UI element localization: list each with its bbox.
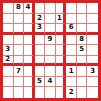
sudoku-cell-r3c2[interactable] — [14, 24, 25, 35]
sudoku-cell-r8c7[interactable] — [66, 77, 77, 88]
sudoku-cell-r6c2[interactable] — [14, 56, 25, 67]
sudoku-cell-r2c9[interactable] — [87, 14, 98, 25]
sudoku-cell-r5c3[interactable] — [24, 45, 35, 56]
sudoku-cell-r9c9[interactable] — [87, 87, 98, 98]
sudoku-cell-r7c4[interactable] — [35, 66, 46, 77]
sudoku-cell-r7c6[interactable] — [56, 66, 67, 77]
sudoku-cell-r9c1[interactable] — [3, 87, 14, 98]
sudoku-cell-r3c7[interactable]: 6 — [66, 24, 77, 35]
sudoku-cell-r4c9[interactable] — [87, 35, 98, 46]
sudoku-cell-r5c9[interactable] — [87, 45, 98, 56]
sudoku-cell-r9c2[interactable] — [14, 87, 25, 98]
sudoku-cell-r1c5[interactable] — [45, 3, 56, 14]
sudoku-cell-r1c3[interactable]: 4 — [24, 3, 35, 14]
sudoku-cell-r6c3[interactable] — [24, 56, 35, 67]
sudoku-cell-r5c6[interactable] — [56, 45, 67, 56]
sudoku-cell-r7c5[interactable] — [45, 66, 56, 77]
sudoku-cell-r4c8[interactable]: 8 — [77, 35, 88, 46]
sudoku-cell-r2c2[interactable] — [14, 14, 25, 25]
sudoku-cell-r3c6[interactable] — [56, 24, 67, 35]
sudoku-cell-r3c8[interactable] — [77, 24, 88, 35]
sudoku-cell-r7c1[interactable] — [3, 66, 14, 77]
sudoku-cell-r1c6[interactable] — [56, 3, 67, 14]
sudoku-cell-r7c2[interactable]: 7 — [14, 66, 25, 77]
sudoku-cell-r7c8[interactable] — [77, 66, 88, 77]
sudoku-cell-r6c4[interactable] — [35, 56, 46, 67]
sudoku-cell-r9c7[interactable]: 2 — [66, 87, 77, 98]
sudoku-cell-r1c9[interactable] — [87, 3, 98, 14]
sudoku-cell-r8c3[interactable] — [24, 77, 35, 88]
sudoku-cell-r3c9[interactable] — [87, 24, 98, 35]
sudoku-cell-r2c8[interactable] — [77, 14, 88, 25]
sudoku-cell-r4c5[interactable]: 9 — [45, 35, 56, 46]
sudoku-cell-r6c7[interactable] — [66, 56, 77, 67]
sudoku-cell-r9c4[interactable] — [35, 87, 46, 98]
sudoku-cell-r4c4[interactable] — [35, 35, 46, 46]
sudoku-cell-r6c1[interactable]: 2 — [3, 56, 14, 67]
sudoku-cell-r5c7[interactable] — [66, 45, 77, 56]
sudoku-cell-r9c5[interactable] — [45, 87, 56, 98]
sudoku-cell-r6c8[interactable] — [77, 56, 88, 67]
sudoku-cell-r1c2[interactable]: 8 — [14, 3, 25, 14]
sudoku-cell-r3c5[interactable] — [45, 24, 56, 35]
sudoku-cell-r2c1[interactable] — [3, 14, 14, 25]
sudoku-cell-r8c2[interactable] — [14, 77, 25, 88]
sudoku-cell-r4c7[interactable] — [66, 35, 77, 46]
sudoku-board: 84213698352713542 — [0, 0, 101, 101]
sudoku-cell-r5c2[interactable] — [14, 45, 25, 56]
sudoku-cell-r3c3[interactable] — [24, 24, 35, 35]
sudoku-cell-r1c1[interactable] — [3, 3, 14, 14]
sudoku-cell-r8c4[interactable]: 5 — [35, 77, 46, 88]
sudoku-cell-r8c8[interactable] — [77, 77, 88, 88]
sudoku-cell-r9c3[interactable] — [24, 87, 35, 98]
sudoku-cell-r7c7[interactable]: 1 — [66, 66, 77, 77]
sudoku-cell-r6c9[interactable] — [87, 56, 98, 67]
sudoku-cell-r4c6[interactable] — [56, 35, 67, 46]
sudoku-cell-r9c8[interactable] — [77, 87, 88, 98]
sudoku-cell-r8c6[interactable] — [56, 77, 67, 88]
sudoku-cell-r5c5[interactable] — [45, 45, 56, 56]
sudoku-cell-r2c5[interactable] — [45, 14, 56, 25]
sudoku-cell-r2c6[interactable]: 1 — [56, 14, 67, 25]
sudoku-cell-r2c3[interactable] — [24, 14, 35, 25]
sudoku-cell-r6c5[interactable] — [45, 56, 56, 67]
sudoku-cell-r9c6[interactable] — [56, 87, 67, 98]
sudoku-cell-r5c4[interactable] — [35, 45, 46, 56]
sudoku-cell-r8c1[interactable] — [3, 77, 14, 88]
sudoku-cell-r1c4[interactable] — [35, 3, 46, 14]
sudoku-cell-r1c7[interactable] — [66, 3, 77, 14]
sudoku-cell-r7c9[interactable]: 3 — [87, 66, 98, 77]
sudoku-cell-r4c1[interactable] — [3, 35, 14, 46]
sudoku-cell-r4c2[interactable] — [14, 35, 25, 46]
sudoku-cell-r8c9[interactable] — [87, 77, 98, 88]
sudoku-cell-r6c6[interactable] — [56, 56, 67, 67]
sudoku-cell-r1c8[interactable] — [77, 3, 88, 14]
sudoku-cell-r3c4[interactable]: 3 — [35, 24, 46, 35]
sudoku-cell-r7c3[interactable] — [24, 66, 35, 77]
sudoku-cell-r3c1[interactable] — [3, 24, 14, 35]
sudoku-cell-r5c8[interactable]: 5 — [77, 45, 88, 56]
sudoku-cell-r4c3[interactable] — [24, 35, 35, 46]
sudoku-cell-r8c5[interactable]: 4 — [45, 77, 56, 88]
